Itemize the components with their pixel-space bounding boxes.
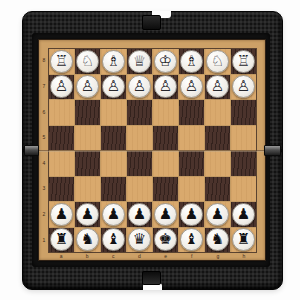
square-c3[interactable] <box>101 177 126 202</box>
square-h1[interactable]: ♜ <box>231 228 256 253</box>
square-c7[interactable]: ♙ <box>101 75 126 100</box>
hinge-icon-right <box>264 145 281 156</box>
square-f6[interactable] <box>179 100 204 125</box>
piece-wP-g7[interactable]: ♙ <box>206 75 229 98</box>
white-piece-glyph: ♘ <box>81 53 94 68</box>
square-g3[interactable] <box>205 177 230 202</box>
square-b6[interactable] <box>75 100 100 125</box>
square-c4[interactable] <box>101 151 126 176</box>
piece-wK-e8[interactable]: ♔ <box>154 50 177 73</box>
piece-bP-e2[interactable]: ♟ <box>154 203 177 226</box>
black-piece-glyph: ♟ <box>81 206 94 221</box>
black-piece-glyph: ♚ <box>159 232 172 247</box>
square-c8[interactable]: ♗ <box>101 49 126 74</box>
square-g1[interactable]: ♞ <box>205 228 230 253</box>
piece-bP-g2[interactable]: ♟ <box>206 203 229 226</box>
square-c2[interactable]: ♟ <box>101 202 126 227</box>
board-grid: ♖♘♗♕♔♗♘♖♙♙♙♙♙♙♙♙♟♟♟♟♟♟♟♟♜♞♝♛♚♝♞♜ <box>48 48 257 253</box>
piece-wP-b7[interactable]: ♙ <box>76 75 99 98</box>
square-d8[interactable]: ♕ <box>127 49 152 74</box>
square-h5[interactable] <box>231 126 256 151</box>
piece-wQ-d8[interactable]: ♕ <box>128 50 151 73</box>
square-g5[interactable] <box>205 126 230 151</box>
rank-label-3: 3 <box>40 176 48 202</box>
rank-label-1: 1 <box>40 227 48 253</box>
piece-wP-e7[interactable]: ♙ <box>154 75 177 98</box>
file-label-g: g <box>205 253 231 259</box>
piece-wP-a7[interactable]: ♙ <box>50 75 73 98</box>
square-f1[interactable]: ♝ <box>179 228 204 253</box>
file-label-c: c <box>100 253 126 259</box>
square-e4[interactable] <box>153 151 178 176</box>
black-piece-glyph: ♞ <box>81 232 94 247</box>
piece-bR-h1[interactable]: ♜ <box>232 228 255 251</box>
rank-label-8: 8 <box>40 48 48 74</box>
rank-label-7: 7 <box>40 74 48 100</box>
white-piece-glyph: ♕ <box>133 53 146 68</box>
white-piece-glyph: ♙ <box>55 79 68 94</box>
piece-bN-b1[interactable]: ♞ <box>76 228 99 251</box>
chess-case: 87654321 ♖♘♗♕♔♗♘♖♙♙♙♙♙♙♙♙♟♟♟♟♟♟♟♟♜♞♝♛♚♝♞… <box>22 11 283 290</box>
square-b3[interactable] <box>75 177 100 202</box>
square-g6[interactable] <box>205 100 230 125</box>
square-e7[interactable]: ♙ <box>153 75 178 100</box>
black-piece-glyph: ♞ <box>211 232 224 247</box>
piece-wN-b8[interactable]: ♘ <box>76 50 99 73</box>
white-piece-glyph: ♙ <box>185 79 198 94</box>
piece-bQ-d1[interactable]: ♛ <box>128 228 151 251</box>
square-f3[interactable] <box>179 177 204 202</box>
file-label-h: h <box>231 253 257 259</box>
hinge-icon-left <box>24 145 39 156</box>
square-g7[interactable]: ♙ <box>205 75 230 100</box>
square-f7[interactable]: ♙ <box>179 75 204 100</box>
white-piece-glyph: ♙ <box>237 79 250 94</box>
square-c5[interactable] <box>101 126 126 151</box>
rank-labels: 87654321 <box>40 48 48 253</box>
square-b2[interactable]: ♟ <box>75 202 100 227</box>
rank-label-5: 5 <box>40 125 48 151</box>
black-piece-glyph: ♝ <box>185 232 198 247</box>
square-e6[interactable] <box>153 100 178 125</box>
square-f5[interactable] <box>179 126 204 151</box>
square-h6[interactable] <box>231 100 256 125</box>
square-b5[interactable] <box>75 126 100 151</box>
square-d4[interactable] <box>127 151 152 176</box>
white-piece-glyph: ♙ <box>159 79 172 94</box>
black-piece-glyph: ♛ <box>133 232 146 247</box>
black-piece-glyph: ♟ <box>133 206 146 221</box>
square-a2[interactable]: ♟ <box>49 202 74 227</box>
square-a8[interactable]: ♖ <box>49 49 74 74</box>
square-e8[interactable]: ♔ <box>153 49 178 74</box>
piece-bN-g1[interactable]: ♞ <box>206 228 229 251</box>
square-a5[interactable] <box>49 126 74 151</box>
black-piece-glyph: ♟ <box>159 206 172 221</box>
piece-wR-a8[interactable]: ♖ <box>50 50 73 73</box>
square-e2[interactable]: ♟ <box>153 202 178 227</box>
piece-wP-d7[interactable]: ♙ <box>128 75 151 98</box>
rank-label-2: 2 <box>40 202 48 228</box>
file-label-a: a <box>48 253 74 259</box>
black-piece-glyph: ♝ <box>107 232 120 247</box>
square-g4[interactable] <box>205 151 230 176</box>
black-piece-glyph: ♟ <box>211 206 224 221</box>
piece-bP-c2[interactable]: ♟ <box>102 203 125 226</box>
chess-board: 87654321 ♖♘♗♕♔♗♘♖♙♙♙♙♙♙♙♙♟♟♟♟♟♟♟♟♜♞♝♛♚♝♞… <box>38 39 266 261</box>
black-piece-glyph: ♟ <box>237 206 250 221</box>
square-h3[interactable] <box>231 177 256 202</box>
white-piece-glyph: ♖ <box>237 53 250 68</box>
clasp-tab-top[interactable] <box>142 15 161 30</box>
file-label-f: f <box>179 253 205 259</box>
square-b8[interactable]: ♘ <box>75 49 100 74</box>
piece-bR-a1[interactable]: ♜ <box>50 228 73 251</box>
piece-bB-f1[interactable]: ♝ <box>180 228 203 251</box>
white-piece-glyph: ♙ <box>81 79 94 94</box>
square-a3[interactable] <box>49 177 74 202</box>
square-e3[interactable] <box>153 177 178 202</box>
black-piece-glyph: ♜ <box>237 232 250 247</box>
square-h4[interactable] <box>231 151 256 176</box>
square-a4[interactable] <box>49 151 74 176</box>
square-d7[interactable]: ♙ <box>127 75 152 100</box>
rank-label-6: 6 <box>40 99 48 125</box>
piece-bP-h2[interactable]: ♟ <box>232 203 255 226</box>
piece-bP-d2[interactable]: ♟ <box>128 203 151 226</box>
white-piece-glyph: ♙ <box>133 79 146 94</box>
square-b1[interactable]: ♞ <box>75 228 100 253</box>
square-e5[interactable] <box>153 126 178 151</box>
black-piece-glyph: ♟ <box>107 206 120 221</box>
square-a6[interactable] <box>49 100 74 125</box>
piece-wP-f7[interactable]: ♙ <box>180 75 203 98</box>
black-piece-glyph: ♜ <box>55 232 68 247</box>
file-label-d: d <box>126 253 152 259</box>
white-piece-glyph: ♙ <box>107 79 120 94</box>
square-f4[interactable] <box>179 151 204 176</box>
product-photo: 87654321 ♖♘♗♕♔♗♘♖♙♙♙♙♙♙♙♙♟♟♟♟♟♟♟♟♜♞♝♛♚♝♞… <box>0 0 300 300</box>
black-piece-glyph: ♟ <box>185 206 198 221</box>
piece-bK-e1[interactable]: ♚ <box>154 228 177 251</box>
piece-wN-g8[interactable]: ♘ <box>206 50 229 73</box>
file-labels: abcdefgh <box>48 253 257 259</box>
white-piece-glyph: ♗ <box>107 53 120 68</box>
white-piece-glyph: ♙ <box>211 79 224 94</box>
piece-wP-c7[interactable]: ♙ <box>102 75 125 98</box>
piece-bP-f2[interactable]: ♟ <box>180 203 203 226</box>
piece-bB-c1[interactable]: ♝ <box>102 228 125 251</box>
piece-wB-c8[interactable]: ♗ <box>102 50 125 73</box>
clasp-tab-bottom[interactable] <box>142 271 161 285</box>
white-piece-glyph: ♘ <box>211 53 224 68</box>
square-h7[interactable]: ♙ <box>231 75 256 100</box>
square-g8[interactable]: ♘ <box>205 49 230 74</box>
square-c1[interactable]: ♝ <box>101 228 126 253</box>
black-piece-glyph: ♟ <box>55 206 68 221</box>
square-d6[interactable] <box>127 100 152 125</box>
rank-label-4: 4 <box>40 151 48 177</box>
white-piece-glyph: ♖ <box>55 53 68 68</box>
square-b7[interactable]: ♙ <box>75 75 100 100</box>
square-h8[interactable]: ♖ <box>231 49 256 74</box>
white-piece-glyph: ♔ <box>159 53 172 68</box>
square-a1[interactable]: ♜ <box>49 228 74 253</box>
square-d3[interactable] <box>127 177 152 202</box>
square-f2[interactable]: ♟ <box>179 202 204 227</box>
square-d1[interactable]: ♛ <box>127 228 152 253</box>
piece-wR-h8[interactable]: ♖ <box>232 50 255 73</box>
piece-wB-f8[interactable]: ♗ <box>180 50 203 73</box>
square-a7[interactable]: ♙ <box>49 75 74 100</box>
piece-wP-h7[interactable]: ♙ <box>232 75 255 98</box>
square-b4[interactable] <box>75 151 100 176</box>
piece-bP-b2[interactable]: ♟ <box>76 203 99 226</box>
square-d5[interactable] <box>127 126 152 151</box>
white-piece-glyph: ♗ <box>185 53 198 68</box>
square-d2[interactable]: ♟ <box>127 202 152 227</box>
square-f8[interactable]: ♗ <box>179 49 204 74</box>
square-g2[interactable]: ♟ <box>205 202 230 227</box>
square-h2[interactable]: ♟ <box>231 202 256 227</box>
piece-bP-a2[interactable]: ♟ <box>50 203 73 226</box>
file-label-e: e <box>153 253 179 259</box>
file-label-b: b <box>74 253 100 259</box>
square-e1[interactable]: ♚ <box>153 228 178 253</box>
square-c6[interactable] <box>101 100 126 125</box>
